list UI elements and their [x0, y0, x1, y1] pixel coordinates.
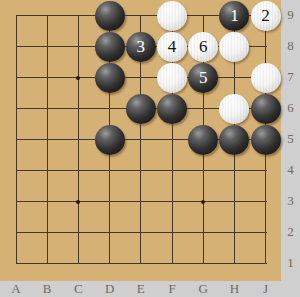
column-label-H: H [223, 281, 245, 297]
move-number: 5 [199, 69, 208, 86]
column-label-E: E [130, 281, 152, 297]
column-label-A: A [5, 281, 27, 297]
column-label-C: C [67, 281, 89, 297]
grid-horizontal-line [16, 201, 267, 202]
move-number: 3 [137, 38, 146, 55]
row-label-3: 3 [281, 193, 300, 209]
stone-black-D9 [95, 1, 125, 31]
stone-white-F7 [157, 63, 187, 93]
column-label-F: F [161, 281, 183, 297]
column-label-B: B [36, 281, 58, 297]
stone-black-G7: 5 [188, 63, 218, 93]
grid-horizontal-line [16, 170, 267, 171]
stone-white-J9: 2 [251, 1, 281, 31]
stone-white-H6 [219, 94, 249, 124]
stone-black-F6 [157, 94, 187, 124]
go-diagram: 123465 ABCDEFGHJ987654321 [0, 0, 300, 297]
row-label-8: 8 [281, 38, 300, 54]
stone-black-G5 [188, 125, 218, 155]
stone-black-D5 [95, 125, 125, 155]
row-label-9: 9 [281, 7, 300, 23]
stone-white-H8 [219, 32, 249, 62]
row-label-2: 2 [281, 224, 300, 240]
stone-white-F8: 4 [157, 32, 187, 62]
stone-white-J7 [251, 63, 281, 93]
stone-white-G8: 6 [188, 32, 218, 62]
move-number: 1 [230, 7, 239, 24]
column-label-J: J [255, 281, 277, 297]
stone-black-D7 [95, 63, 125, 93]
column-label-G: G [192, 281, 214, 297]
stone-black-J5 [251, 125, 281, 155]
row-label-5: 5 [281, 131, 300, 147]
column-label-D: D [99, 281, 121, 297]
row-label-7: 7 [281, 69, 300, 85]
grid-horizontal-line [16, 232, 267, 233]
stone-black-H9: 1 [219, 1, 249, 31]
move-number: 4 [168, 38, 177, 55]
stone-black-E6 [126, 94, 156, 124]
row-label-6: 6 [281, 100, 300, 116]
move-number: 2 [261, 7, 270, 24]
hoshi-point-G3 [201, 200, 205, 204]
grid-horizontal-line [16, 77, 267, 78]
stone-black-J6 [251, 94, 281, 124]
stone-black-H5 [219, 125, 249, 155]
hoshi-point-C3 [76, 200, 80, 204]
move-number: 6 [199, 38, 208, 55]
stone-white-F9 [157, 1, 187, 31]
row-label-1: 1 [281, 255, 300, 271]
row-label-4: 4 [281, 162, 300, 178]
stone-black-D8 [95, 32, 125, 62]
grid-horizontal-line [16, 263, 267, 264]
hoshi-point-C7 [76, 76, 80, 80]
stone-black-E8: 3 [126, 32, 156, 62]
